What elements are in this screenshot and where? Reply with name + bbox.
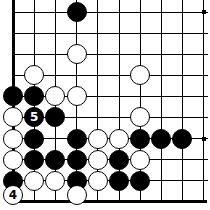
intersection-E3[interactable] [87, 149, 108, 170]
intersection-G3[interactable] [130, 149, 151, 170]
intersection-H7[interactable] [151, 65, 172, 86]
intersection-F4[interactable] [108, 128, 129, 149]
intersection-C8[interactable] [45, 44, 66, 65]
intersection-B10[interactable] [24, 1, 45, 22]
black-stone: 5 [24, 107, 44, 127]
move-number-label: 5 [30, 111, 38, 123]
white-stone [109, 129, 129, 149]
intersection-A10[interactable] [2, 1, 23, 22]
intersection-B2[interactable] [24, 170, 45, 191]
white-stone [3, 129, 23, 149]
intersection-F8[interactable] [108, 44, 129, 65]
intersection-D4[interactable] [66, 128, 87, 149]
intersection-F6[interactable] [108, 86, 129, 107]
intersection-A9[interactable] [2, 23, 23, 44]
intersection-C2[interactable] [45, 170, 66, 191]
intersection-E6[interactable] [87, 86, 108, 107]
intersection-D9[interactable] [66, 23, 87, 44]
white-stone [45, 86, 65, 106]
black-stone [151, 129, 171, 149]
intersection-J2[interactable] [172, 170, 193, 191]
black-stone [24, 129, 44, 149]
intersection-H3[interactable] [151, 149, 172, 170]
intersection-K4[interactable] [193, 128, 210, 149]
intersection-G5[interactable] [130, 107, 151, 128]
intersection-G9[interactable] [130, 23, 151, 44]
intersection-D5[interactable] [66, 107, 87, 128]
intersection-J7[interactable] [172, 65, 193, 86]
intersection-K8[interactable] [193, 44, 210, 65]
intersection-J5[interactable] [172, 107, 193, 128]
intersection-E1[interactable] [87, 191, 108, 210]
white-stone: 4 [3, 185, 23, 205]
intersection-E7[interactable] [87, 65, 108, 86]
intersection-J9[interactable] [172, 23, 193, 44]
intersection-C10[interactable] [45, 1, 66, 22]
white-stone [67, 86, 87, 106]
intersection-J1[interactable] [172, 191, 193, 210]
intersection-B4[interactable] [24, 128, 45, 149]
white-stone [130, 150, 150, 170]
black-stone [3, 86, 23, 106]
go-board: 54 [0, 0, 210, 210]
board-grid: 54 [2, 1, 210, 210]
white-stone [88, 129, 108, 149]
black-stone [24, 86, 44, 106]
intersection-F7[interactable] [108, 65, 129, 86]
intersection-B1[interactable] [24, 191, 45, 210]
intersection-H10[interactable] [151, 1, 172, 22]
intersection-B3[interactable] [24, 149, 45, 170]
white-stone [24, 65, 44, 85]
intersection-H5[interactable] [151, 107, 172, 128]
intersection-F2[interactable] [108, 170, 129, 191]
intersection-D3[interactable] [66, 149, 87, 170]
intersection-C5[interactable] [45, 107, 66, 128]
intersection-A8[interactable] [2, 44, 23, 65]
intersection-C1[interactable] [45, 191, 66, 210]
intersection-K10[interactable] [193, 1, 210, 22]
intersection-C6[interactable] [45, 86, 66, 107]
white-stone [67, 185, 87, 205]
intersection-B9[interactable] [24, 23, 45, 44]
intersection-E10[interactable] [87, 1, 108, 22]
intersection-B7[interactable] [24, 65, 45, 86]
intersection-F10[interactable] [108, 1, 129, 22]
black-stone [24, 150, 44, 170]
intersection-E5[interactable] [87, 107, 108, 128]
white-stone [130, 107, 150, 127]
intersection-B6[interactable] [24, 86, 45, 107]
black-stone [67, 129, 87, 149]
black-stone [130, 129, 150, 149]
intersection-G10[interactable] [130, 1, 151, 22]
intersection-E9[interactable] [87, 23, 108, 44]
intersection-B5[interactable]: 5 [24, 107, 45, 128]
intersection-D8[interactable] [66, 44, 87, 65]
intersection-A4[interactable] [2, 128, 23, 149]
intersection-J3[interactable] [172, 149, 193, 170]
intersection-K2[interactable] [193, 170, 210, 191]
intersection-G6[interactable] [130, 86, 151, 107]
intersection-K9[interactable] [193, 23, 210, 44]
intersection-A7[interactable] [2, 65, 23, 86]
intersection-K5[interactable] [193, 107, 210, 128]
intersection-G7[interactable] [130, 65, 151, 86]
intersection-F3[interactable] [108, 149, 129, 170]
intersection-J6[interactable] [172, 86, 193, 107]
intersection-F9[interactable] [108, 23, 129, 44]
intersection-F1[interactable] [108, 191, 129, 210]
black-stone [130, 171, 150, 191]
intersection-C9[interactable] [45, 23, 66, 44]
white-stone [45, 171, 65, 191]
intersection-H2[interactable] [151, 170, 172, 191]
intersection-A1[interactable]: 4 [2, 191, 23, 210]
intersection-B8[interactable] [24, 44, 45, 65]
intersection-K7[interactable] [193, 65, 210, 86]
intersection-D7[interactable] [66, 65, 87, 86]
intersection-J4[interactable] [172, 128, 193, 149]
white-stone [3, 150, 23, 170]
intersection-C3[interactable] [45, 149, 66, 170]
black-stone [67, 150, 87, 170]
black-stone [109, 150, 129, 170]
intersection-K1[interactable] [193, 191, 210, 210]
intersection-H8[interactable] [151, 44, 172, 65]
intersection-D10[interactable] [66, 1, 87, 22]
intersection-C7[interactable] [45, 65, 66, 86]
black-stone [45, 107, 65, 127]
intersection-A5[interactable] [2, 107, 23, 128]
intersection-J8[interactable] [172, 44, 193, 65]
intersection-G1[interactable] [130, 191, 151, 210]
white-stone [24, 171, 44, 191]
intersection-G8[interactable] [130, 44, 151, 65]
intersection-F5[interactable] [108, 107, 129, 128]
black-stone [67, 2, 87, 22]
intersection-A3[interactable] [2, 149, 23, 170]
move-number-label: 4 [9, 189, 17, 201]
intersection-A6[interactable] [2, 86, 23, 107]
intersection-D6[interactable] [66, 86, 87, 107]
intersection-K6[interactable] [193, 86, 210, 107]
intersection-E4[interactable] [87, 128, 108, 149]
intersection-G2[interactable] [130, 170, 151, 191]
black-stone [45, 150, 65, 170]
intersection-E8[interactable] [87, 44, 108, 65]
intersection-G4[interactable] [130, 128, 151, 149]
intersection-J10[interactable] [172, 1, 193, 22]
white-stone [88, 171, 108, 191]
intersection-H4[interactable] [151, 128, 172, 149]
intersection-H1[interactable] [151, 191, 172, 210]
white-stone [130, 65, 150, 85]
intersection-K3[interactable] [193, 149, 210, 170]
intersection-C4[interactable] [45, 128, 66, 149]
intersection-D1[interactable] [66, 191, 87, 210]
white-stone [3, 107, 23, 127]
black-stone [172, 129, 192, 149]
intersection-H9[interactable] [151, 23, 172, 44]
intersection-H6[interactable] [151, 86, 172, 107]
white-stone [67, 44, 87, 64]
white-stone [88, 150, 108, 170]
black-stone [109, 171, 129, 191]
intersection-E2[interactable] [87, 170, 108, 191]
